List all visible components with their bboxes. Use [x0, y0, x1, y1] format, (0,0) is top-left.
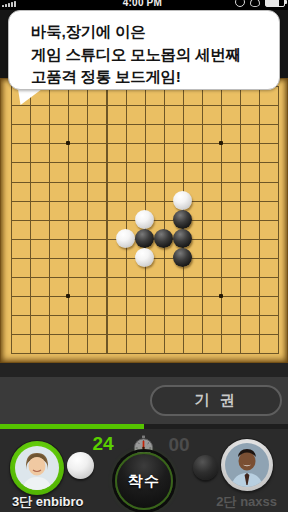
place-stone-button[interactable]: 착수	[115, 452, 173, 510]
promo-line-1: 바둑,장기에 이은	[31, 21, 279, 44]
left-player-avatar	[10, 441, 64, 495]
battery-icon	[265, 0, 285, 7]
status-time: 4:00 PM	[123, 0, 162, 8]
alarm-icon	[235, 0, 245, 7]
panel-gap	[0, 363, 288, 377]
star-point	[219, 294, 223, 298]
rotation-lock-icon	[250, 0, 260, 7]
white-stone-icon	[67, 452, 94, 479]
star-point	[66, 141, 70, 145]
left-player-timer: 24	[86, 433, 120, 455]
resign-button[interactable]: 기 권	[150, 385, 282, 416]
promo-line-3: 고품격 정통 보드게임!	[31, 66, 279, 89]
signal-icon	[2, 1, 16, 7]
right-player-timer: 00	[162, 434, 196, 456]
right-avatar-photo	[225, 443, 269, 487]
star-point	[219, 141, 223, 145]
left-avatar-photo	[15, 446, 59, 490]
right-player-name: 2단 naxss	[216, 493, 277, 511]
black-stone-icon	[193, 455, 218, 480]
promo-line-2: 게임 스튜디오 모노몹의 세번째	[31, 44, 279, 67]
star-point	[66, 294, 70, 298]
status-bar: 4:00 PM	[0, 0, 288, 10]
left-player-name: 3단 enbibro	[12, 493, 84, 511]
promo-bubble: 바둑,장기에 이은 게임 스튜디오 모노몹의 세번째 고품격 정통 보드게임!	[8, 10, 280, 90]
right-player-avatar	[221, 439, 273, 491]
goban[interactable]	[0, 78, 288, 363]
